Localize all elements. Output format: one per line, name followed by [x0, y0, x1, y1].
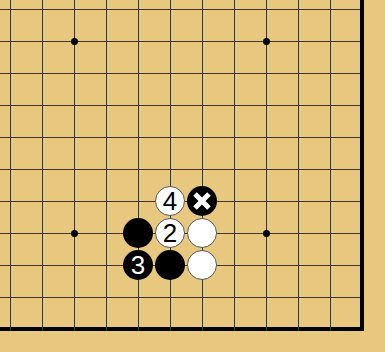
board-cell[interactable]: [122, 281, 154, 313]
go-board-grid: 423: [0, 0, 378, 345]
grid-v-line: [234, 89, 235, 121]
board-cell[interactable]: [282, 313, 314, 345]
board-cell[interactable]: [154, 313, 186, 345]
board-cell[interactable]: [58, 25, 90, 57]
board-cell[interactable]: [122, 121, 154, 153]
board-cell[interactable]: [314, 89, 346, 121]
grid-v-line: [298, 281, 299, 313]
white-stone: 4: [155, 186, 185, 216]
board-cell[interactable]: [314, 281, 346, 313]
grid-v-line: [298, 0, 299, 25]
board-cell[interactable]: [154, 57, 186, 89]
board-cell[interactable]: [122, 57, 154, 89]
grid-h-line: [0, 297, 26, 298]
grid-v-line: [106, 57, 107, 89]
grid-v-line: [10, 0, 11, 25]
board-cell[interactable]: [186, 89, 218, 121]
grid-v-line: [202, 89, 203, 121]
board-cell[interactable]: [186, 313, 218, 345]
board-cell[interactable]: [186, 249, 218, 281]
grid-v-line: [106, 25, 107, 57]
grid-v-line: [106, 281, 107, 313]
board-cell[interactable]: [314, 25, 346, 57]
grid-v-line: [74, 249, 75, 281]
grid-v-line: [42, 57, 43, 89]
board-cell[interactable]: [58, 249, 90, 281]
grid-v-line: [330, 57, 331, 89]
board-cell[interactable]: [0, 121, 26, 153]
grid-v-line: [10, 25, 11, 57]
grid-v-line: [138, 89, 139, 121]
board-cell[interactable]: [122, 25, 154, 57]
grid-h-line: [0, 41, 26, 42]
board-cell[interactable]: [122, 313, 154, 345]
grid-v-line: [106, 185, 107, 217]
board-cell[interactable]: [218, 281, 250, 313]
board-cell[interactable]: [250, 57, 282, 89]
grid-v-line: [360, 89, 364, 121]
grid-v-line: [74, 0, 75, 25]
board-cell[interactable]: [154, 249, 186, 281]
stone-move-number-label: 4: [163, 186, 177, 216]
grid-v-line: [74, 313, 75, 331]
grid-v-line: [202, 313, 203, 331]
board-cell[interactable]: [186, 121, 218, 153]
board-cell[interactable]: [154, 0, 186, 25]
board-cell[interactable]: [154, 153, 186, 185]
board-cell[interactable]: [58, 57, 90, 89]
board-cell[interactable]: [250, 249, 282, 281]
grid-v-line: [266, 313, 267, 331]
grid-v-line: [42, 281, 43, 313]
board-cell[interactable]: [250, 185, 282, 217]
board-cell[interactable]: [122, 89, 154, 121]
board-cell[interactable]: [58, 185, 90, 217]
grid-v-line: [266, 281, 267, 313]
grid-v-line: [298, 57, 299, 89]
board-cell[interactable]: [346, 313, 378, 345]
board-cell[interactable]: [346, 249, 378, 281]
grid-v-line: [170, 281, 171, 313]
grid-v-line: [202, 121, 203, 153]
board-cell[interactable]: [90, 281, 122, 313]
board-cell[interactable]: [90, 313, 122, 345]
grid-v-line: [106, 121, 107, 153]
grid-v-line: [330, 25, 331, 57]
grid-h-line: [0, 265, 26, 266]
grid-v-line: [360, 25, 364, 57]
board-cell[interactable]: [250, 281, 282, 313]
grid-v-line: [202, 25, 203, 57]
grid-v-line: [74, 185, 75, 217]
grid-v-line: [298, 217, 299, 249]
grid-v-line: [74, 121, 75, 153]
grid-v-line: [266, 121, 267, 153]
board-cell[interactable]: [26, 313, 58, 345]
board-cell[interactable]: [250, 153, 282, 185]
board-cell[interactable]: [0, 0, 26, 25]
board-cell[interactable]: [282, 249, 314, 281]
grid-v-line: [330, 89, 331, 121]
grid-v-line: [42, 217, 43, 249]
board-cell[interactable]: [58, 0, 90, 25]
grid-v-line: [10, 121, 11, 153]
board-cell[interactable]: [58, 89, 90, 121]
board-cell[interactable]: [218, 217, 250, 249]
board-cell[interactable]: [282, 89, 314, 121]
grid-v-line: [298, 121, 299, 153]
cross-mark-icon: [192, 191, 212, 211]
grid-v-line: [10, 153, 11, 185]
grid-v-line: [138, 185, 139, 217]
board-cell[interactable]: [154, 89, 186, 121]
board-cell[interactable]: [314, 153, 346, 185]
grid-v-line: [42, 0, 43, 25]
grid-v-line: [266, 0, 267, 25]
board-cell[interactable]: [26, 25, 58, 57]
grid-v-line: [298, 313, 299, 331]
grid-v-line: [10, 57, 11, 89]
board-cell[interactable]: [0, 313, 26, 345]
board-cell[interactable]: [314, 249, 346, 281]
grid-v-line: [266, 249, 267, 281]
star-point: [263, 38, 270, 45]
grid-v-line: [10, 249, 11, 281]
grid-v-line: [74, 57, 75, 89]
grid-h-line: [0, 233, 26, 234]
grid-v-line: [202, 0, 203, 25]
board-cell[interactable]: [218, 313, 250, 345]
board-cell[interactable]: [218, 153, 250, 185]
board-cell[interactable]: [0, 185, 26, 217]
board-cell[interactable]: [250, 89, 282, 121]
grid-v-line: [42, 185, 43, 217]
board-cell[interactable]: [346, 217, 378, 249]
grid-v-line: [360, 249, 364, 281]
grid-v-line: [234, 0, 235, 25]
grid-v-line: [360, 281, 364, 313]
grid-v-line: [298, 89, 299, 121]
grid-v-line: [234, 153, 235, 185]
grid-v-line: [42, 153, 43, 185]
board-cell[interactable]: [154, 25, 186, 57]
grid-v-line: [330, 313, 331, 331]
grid-v-line: [330, 153, 331, 185]
grid-v-line: [330, 281, 331, 313]
board-cell[interactable]: [186, 0, 218, 25]
board-cell[interactable]: [346, 89, 378, 121]
board-cell[interactable]: [0, 89, 26, 121]
board-cell[interactable]: [218, 89, 250, 121]
black-stone: 3: [123, 250, 153, 280]
grid-h-line: [0, 137, 26, 138]
grid-v-line: [106, 249, 107, 281]
board-cell[interactable]: [0, 249, 26, 281]
board-cell[interactable]: [314, 313, 346, 345]
board-cell[interactable]: [346, 185, 378, 217]
grid-v-line: [42, 313, 43, 331]
grid-v-line: [74, 281, 75, 313]
grid-v-line: [234, 313, 235, 331]
grid-v-line: [330, 185, 331, 217]
grid-v-line: [138, 57, 139, 89]
star-point: [263, 230, 270, 237]
grid-v-line: [360, 185, 364, 217]
grid-v-line: [10, 217, 11, 249]
board-cell[interactable]: [90, 185, 122, 217]
board-cell[interactable]: [90, 121, 122, 153]
board-cell[interactable]: [314, 0, 346, 25]
board-cell[interactable]: [90, 57, 122, 89]
grid-v-line: [42, 121, 43, 153]
star-point: [71, 38, 78, 45]
grid-v-line: [106, 153, 107, 185]
grid-v-line: [360, 121, 364, 153]
board-cell[interactable]: [250, 121, 282, 153]
grid-v-line: [170, 0, 171, 25]
grid-v-line: [360, 57, 364, 89]
board-cell[interactable]: [282, 25, 314, 57]
board-cell[interactable]: [186, 217, 218, 249]
board-cell[interactable]: [122, 153, 154, 185]
board-cell[interactable]: [346, 25, 378, 57]
grid-v-line: [42, 249, 43, 281]
grid-v-line: [360, 0, 364, 25]
board-cell[interactable]: [90, 0, 122, 25]
board-cell[interactable]: [346, 0, 378, 25]
grid-v-line: [202, 57, 203, 89]
board-cell[interactable]: [0, 281, 26, 313]
grid-v-line: [138, 25, 139, 57]
grid-v-line: [138, 313, 139, 331]
grid-v-line: [330, 217, 331, 249]
grid-v-line: [170, 313, 171, 331]
board-cell[interactable]: [314, 185, 346, 217]
board-cell[interactable]: [282, 185, 314, 217]
board-cell[interactable]: [0, 25, 26, 57]
board-cell[interactable]: [26, 89, 58, 121]
board-cell[interactable]: [26, 153, 58, 185]
board-cell[interactable]: [58, 153, 90, 185]
grid-v-line: [360, 313, 364, 331]
star-point: [71, 230, 78, 237]
grid-v-line: [234, 249, 235, 281]
board-cell[interactable]: [314, 57, 346, 89]
grid-h-line: [0, 73, 26, 74]
board-cell[interactable]: [90, 153, 122, 185]
grid-v-line: [170, 25, 171, 57]
grid-v-line: [234, 217, 235, 249]
board-cell[interactable]: [0, 153, 26, 185]
grid-h-line: [0, 201, 26, 202]
board-cell[interactable]: [26, 57, 58, 89]
grid-v-line: [202, 153, 203, 185]
grid-v-line: [298, 185, 299, 217]
go-board-diagram: 423: [0, 0, 385, 352]
board-cell[interactable]: [282, 57, 314, 89]
grid-v-line: [202, 281, 203, 313]
board-cell[interactable]: [314, 217, 346, 249]
grid-v-line: [298, 25, 299, 57]
grid-v-line: [138, 281, 139, 313]
board-cell[interactable]: [186, 153, 218, 185]
grid-h-line: [0, 327, 26, 331]
grid-v-line: [234, 57, 235, 89]
white-stone: [187, 250, 217, 280]
grid-v-line: [298, 153, 299, 185]
grid-v-line: [10, 89, 11, 121]
grid-v-line: [170, 57, 171, 89]
grid-v-line: [138, 121, 139, 153]
grid-v-line: [10, 281, 11, 313]
black-stone: [155, 250, 185, 280]
board-cell[interactable]: [282, 217, 314, 249]
grid-v-line: [330, 0, 331, 25]
board-cell[interactable]: [58, 121, 90, 153]
board-cell[interactable]: [122, 217, 154, 249]
board-cell[interactable]: [154, 281, 186, 313]
stone-move-number-label: 2: [163, 218, 177, 248]
board-cell[interactable]: [26, 121, 58, 153]
board-cell[interactable]: [346, 281, 378, 313]
board-cell[interactable]: [250, 25, 282, 57]
grid-v-line: [360, 217, 364, 249]
grid-v-line: [106, 89, 107, 121]
grid-v-line: [234, 121, 235, 153]
board-cell[interactable]: [186, 281, 218, 313]
grid-v-line: [266, 89, 267, 121]
board-cell[interactable]: [26, 185, 58, 217]
board-cell[interactable]: [250, 313, 282, 345]
board-cell[interactable]: [218, 0, 250, 25]
board-cell[interactable]: [346, 57, 378, 89]
board-cell[interactable]: [282, 281, 314, 313]
grid-v-line: [266, 57, 267, 89]
board-cell[interactable]: [90, 217, 122, 249]
board-cell[interactable]: [122, 185, 154, 217]
board-cell[interactable]: [26, 249, 58, 281]
board-cell[interactable]: [26, 217, 58, 249]
grid-v-line: [170, 89, 171, 121]
black-stone: [187, 186, 217, 216]
grid-v-line: [42, 25, 43, 57]
board-cell[interactable]: [218, 185, 250, 217]
grid-v-line: [170, 121, 171, 153]
board-cell[interactable]: [282, 153, 314, 185]
white-stone: 2: [155, 218, 185, 248]
board-cell[interactable]: [282, 0, 314, 25]
grid-v-line: [10, 185, 11, 217]
board-cell[interactable]: [58, 281, 90, 313]
grid-v-line: [74, 89, 75, 121]
grid-v-line: [234, 185, 235, 217]
board-cell[interactable]: [250, 0, 282, 25]
white-stone: [187, 218, 217, 248]
board-cell[interactable]: [218, 25, 250, 57]
grid-v-line: [170, 153, 171, 185]
board-cell[interactable]: [218, 121, 250, 153]
board-cell[interactable]: [90, 89, 122, 121]
grid-v-line: [106, 217, 107, 249]
board-cell[interactable]: 2: [154, 217, 186, 249]
grid-h-line: [0, 169, 26, 170]
grid-v-line: [330, 121, 331, 153]
grid-v-line: [106, 313, 107, 331]
board-cell[interactable]: [0, 217, 26, 249]
grid-v-line: [234, 25, 235, 57]
board-cell[interactable]: [26, 281, 58, 313]
grid-v-line: [138, 153, 139, 185]
board-cell[interactable]: [218, 249, 250, 281]
board-cell[interactable]: [218, 57, 250, 89]
grid-v-line: [10, 313, 11, 331]
grid-v-line: [266, 185, 267, 217]
board-cell[interactable]: [346, 153, 378, 185]
grid-v-line: [74, 153, 75, 185]
board-cell[interactable]: [314, 121, 346, 153]
black-stone: [123, 218, 153, 248]
board-cell[interactable]: [250, 217, 282, 249]
board-cell[interactable]: [26, 0, 58, 25]
board-cell[interactable]: 4: [154, 185, 186, 217]
board-cell[interactable]: [154, 121, 186, 153]
grid-v-line: [106, 0, 107, 25]
board-cell[interactable]: 3: [122, 249, 154, 281]
grid-v-line: [266, 153, 267, 185]
grid-v-line: [330, 249, 331, 281]
grid-v-line: [42, 89, 43, 121]
grid-v-line: [298, 249, 299, 281]
board-cell[interactable]: [282, 121, 314, 153]
board-cell[interactable]: [346, 121, 378, 153]
stone-move-number-label: 3: [131, 250, 145, 280]
board-cell[interactable]: [186, 185, 218, 217]
board-cell[interactable]: [90, 249, 122, 281]
grid-h-line: [0, 105, 26, 106]
board-cell[interactable]: [186, 25, 218, 57]
grid-v-line: [360, 153, 364, 185]
grid-v-line: [234, 281, 235, 313]
board-cell[interactable]: [90, 25, 122, 57]
board-cell[interactable]: [0, 57, 26, 89]
grid-h-line: [0, 9, 26, 10]
board-cell[interactable]: [122, 0, 154, 25]
grid-v-line: [138, 0, 139, 25]
board-cell[interactable]: [58, 313, 90, 345]
board-cell[interactable]: [186, 57, 218, 89]
board-cell[interactable]: [58, 217, 90, 249]
